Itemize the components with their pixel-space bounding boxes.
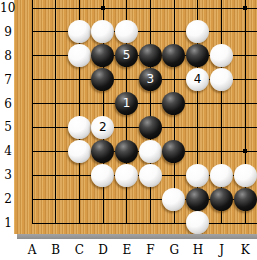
point-G1[interactable]: [162, 211, 186, 235]
point-H4[interactable]: [186, 139, 210, 163]
white-stone-D5[interactable]: 2: [91, 116, 114, 139]
point-A8[interactable]: [20, 44, 44, 68]
point-A2[interactable]: [20, 187, 44, 211]
point-D8[interactable]: [91, 44, 115, 68]
point-C10[interactable]: [67, 0, 91, 20]
point-B8[interactable]: [44, 44, 68, 68]
point-K5[interactable]: [233, 115, 257, 139]
row-label-7: 7: [0, 73, 12, 87]
point-B5[interactable]: [44, 115, 68, 139]
point-D7[interactable]: [91, 68, 115, 92]
white-stone-E3[interactable]: [115, 164, 138, 187]
point-C6[interactable]: [67, 92, 91, 116]
black-stone-D7[interactable]: [91, 68, 114, 91]
white-stone-J8[interactable]: [210, 44, 233, 67]
column-label-B: B: [46, 243, 66, 257]
point-D2[interactable]: [91, 187, 115, 211]
point-E1[interactable]: [115, 211, 139, 235]
point-F3[interactable]: [138, 163, 162, 187]
point-A6[interactable]: [20, 92, 44, 116]
black-stone-J2[interactable]: [210, 188, 233, 211]
point-C2[interactable]: [67, 187, 91, 211]
point-E8[interactable]: 5: [115, 44, 139, 68]
point-B3[interactable]: [44, 163, 68, 187]
column-label-D: D: [93, 243, 113, 257]
point-G10[interactable]: [162, 0, 186, 20]
point-A9[interactable]: [20, 20, 44, 44]
point-H3[interactable]: [186, 163, 210, 187]
point-C3[interactable]: [67, 163, 91, 187]
point-J9[interactable]: [210, 20, 234, 44]
white-stone-C9[interactable]: [68, 20, 91, 43]
point-F4[interactable]: [138, 139, 162, 163]
point-E4[interactable]: [115, 139, 139, 163]
column-label-H: H: [188, 243, 208, 257]
point-C5[interactable]: [67, 115, 91, 139]
point-D9[interactable]: [91, 20, 115, 44]
black-stone-E8[interactable]: 5: [115, 44, 138, 67]
point-D10[interactable]: [91, 0, 115, 20]
point-H9[interactable]: [186, 20, 210, 44]
row-label-6: 6: [0, 97, 12, 111]
point-F9[interactable]: [138, 20, 162, 44]
point-K2[interactable]: [233, 187, 257, 211]
move-number-4: 4: [186, 68, 209, 91]
point-H8[interactable]: [186, 44, 210, 68]
black-stone-H8[interactable]: [186, 44, 209, 67]
point-J7[interactable]: [210, 68, 234, 92]
stones-grid: 53412: [20, 0, 257, 235]
black-stone-F8[interactable]: [139, 44, 162, 67]
point-E10[interactable]: [115, 0, 139, 20]
point-B4[interactable]: [44, 139, 68, 163]
point-E5[interactable]: [115, 115, 139, 139]
point-D5[interactable]: 2: [91, 115, 115, 139]
white-stone-E9[interactable]: [115, 20, 138, 43]
point-J2[interactable]: [210, 187, 234, 211]
point-H2[interactable]: [186, 187, 210, 211]
row-label-3: 3: [0, 168, 12, 182]
point-K9[interactable]: [233, 20, 257, 44]
black-stone-G6[interactable]: [162, 92, 185, 115]
white-stone-H3[interactable]: [186, 164, 209, 187]
point-F7[interactable]: 3: [138, 68, 162, 92]
row-label-9: 9: [0, 25, 12, 39]
point-C9[interactable]: [67, 20, 91, 44]
point-C1[interactable]: [67, 211, 91, 235]
point-J10[interactable]: [210, 0, 234, 20]
point-A7[interactable]: [20, 68, 44, 92]
white-stone-G2[interactable]: [162, 188, 185, 211]
point-K7[interactable]: [233, 68, 257, 92]
white-stone-F3[interactable]: [139, 164, 162, 187]
point-K3[interactable]: [233, 163, 257, 187]
white-stone-F4[interactable]: [139, 140, 162, 163]
row-label-5: 5: [0, 120, 12, 134]
point-G2[interactable]: [162, 187, 186, 211]
white-stone-D3[interactable]: [91, 164, 114, 187]
point-F6[interactable]: [138, 92, 162, 116]
point-K10[interactable]: [233, 0, 257, 20]
point-G6[interactable]: [162, 92, 186, 116]
point-C4[interactable]: [67, 139, 91, 163]
column-label-J: J: [212, 243, 232, 257]
point-B1[interactable]: [44, 211, 68, 235]
point-G8[interactable]: [162, 44, 186, 68]
column-label-A: A: [22, 243, 42, 257]
point-G3[interactable]: [162, 163, 186, 187]
point-E2[interactable]: [115, 187, 139, 211]
row-label-2: 2: [0, 192, 12, 206]
point-G5[interactable]: [162, 115, 186, 139]
black-stone-D8[interactable]: [91, 44, 114, 67]
point-A3[interactable]: [20, 163, 44, 187]
point-E9[interactable]: [115, 20, 139, 44]
white-stone-D9[interactable]: [91, 20, 114, 43]
black-stone-E6[interactable]: 1: [115, 92, 138, 115]
point-B10[interactable]: [44, 0, 68, 20]
point-J6[interactable]: [210, 92, 234, 116]
row-label-10: 10: [0, 1, 12, 15]
point-B2[interactable]: [44, 187, 68, 211]
point-F10[interactable]: [138, 0, 162, 20]
point-F5[interactable]: [138, 115, 162, 139]
board-edge-shadow: [17, 234, 257, 239]
point-J5[interactable]: [210, 115, 234, 139]
black-stone-D4[interactable]: [91, 140, 114, 163]
point-H5[interactable]: [186, 115, 210, 139]
point-E6[interactable]: 1: [115, 92, 139, 116]
point-J4[interactable]: [210, 139, 234, 163]
point-E3[interactable]: [115, 163, 139, 187]
point-K6[interactable]: [233, 92, 257, 116]
point-A5[interactable]: [20, 115, 44, 139]
point-H10[interactable]: [186, 0, 210, 20]
point-C7[interactable]: [67, 68, 91, 92]
point-J3[interactable]: [210, 163, 234, 187]
white-stone-J7[interactable]: [210, 68, 233, 91]
go-board-diagram: 53412 10987654321 ABCDEFGHJK: [0, 0, 257, 260]
point-D3[interactable]: [91, 163, 115, 187]
point-D4[interactable]: [91, 139, 115, 163]
black-stone-H2[interactable]: [186, 188, 209, 211]
move-number-5: 5: [115, 44, 138, 67]
point-B9[interactable]: [44, 20, 68, 44]
black-stone-F5[interactable]: [139, 116, 162, 139]
point-A4[interactable]: [20, 139, 44, 163]
white-stone-J3[interactable]: [210, 164, 233, 187]
column-label-F: F: [141, 243, 161, 257]
point-B6[interactable]: [44, 92, 68, 116]
white-stone-H9[interactable]: [186, 20, 209, 43]
point-K1[interactable]: [233, 211, 257, 235]
white-stone-C4[interactable]: [68, 140, 91, 163]
point-A1[interactable]: [20, 211, 44, 235]
point-A10[interactable]: [20, 0, 44, 20]
white-stone-C5[interactable]: [68, 116, 91, 139]
white-stone-H7[interactable]: 4: [186, 68, 209, 91]
point-F1[interactable]: [138, 211, 162, 235]
go-board: 53412: [14, 0, 257, 234]
point-D1[interactable]: [91, 211, 115, 235]
white-stone-H1[interactable]: [186, 211, 209, 234]
move-number-1: 1: [115, 92, 138, 115]
column-label-E: E: [117, 243, 137, 257]
point-K8[interactable]: [233, 44, 257, 68]
column-label-G: G: [164, 243, 184, 257]
point-F8[interactable]: [138, 44, 162, 68]
point-J8[interactable]: [210, 44, 234, 68]
black-stone-G4[interactable]: [162, 140, 185, 163]
column-label-K: K: [235, 243, 255, 257]
black-stone-F7[interactable]: 3: [139, 68, 162, 91]
row-label-1: 1: [0, 216, 12, 230]
black-stone-G8[interactable]: [162, 44, 185, 67]
white-stone-C8[interactable]: [68, 44, 91, 67]
column-label-C: C: [69, 243, 89, 257]
white-stone-K3[interactable]: [234, 164, 257, 187]
point-D6[interactable]: [91, 92, 115, 116]
point-J1[interactable]: [210, 211, 234, 235]
move-number-3: 3: [139, 68, 162, 91]
point-H6[interactable]: [186, 92, 210, 116]
point-H7[interactable]: 4: [186, 68, 210, 92]
point-B7[interactable]: [44, 68, 68, 92]
move-number-2: 2: [91, 116, 114, 139]
row-label-4: 4: [0, 144, 12, 158]
row-label-8: 8: [0, 49, 12, 63]
point-K4[interactable]: [233, 139, 257, 163]
black-stone-E4[interactable]: [115, 140, 138, 163]
point-G9[interactable]: [162, 20, 186, 44]
point-G7[interactable]: [162, 68, 186, 92]
point-H1[interactable]: [186, 211, 210, 235]
point-G4[interactable]: [162, 139, 186, 163]
point-C8[interactable]: [67, 44, 91, 68]
point-F2[interactable]: [138, 187, 162, 211]
point-E7[interactable]: [115, 68, 139, 92]
black-stone-K2[interactable]: [234, 188, 257, 211]
